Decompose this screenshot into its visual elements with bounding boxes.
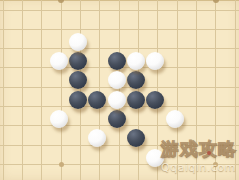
grid-line-vertical [61, 0, 62, 180]
grid-line-vertical [41, 0, 42, 180]
white-stone [69, 33, 87, 51]
black-stone [69, 71, 87, 89]
grid-line-vertical [138, 0, 139, 180]
black-stone [108, 110, 126, 128]
watermark-title: 游戏攻略 [161, 140, 237, 158]
top-edge-star-marker-icon [58, 0, 64, 3]
grid-line-vertical [99, 0, 100, 180]
gomoku-board[interactable]: 游戏攻略 Qqaiqin.com [0, 0, 239, 180]
grid-line-horizontal [0, 48, 239, 49]
black-stone [127, 91, 145, 109]
white-stone [108, 71, 126, 89]
white-stone [166, 110, 184, 128]
black-stone [127, 129, 145, 147]
star-point-icon [59, 162, 64, 167]
white-stone [50, 110, 68, 128]
black-stone [127, 71, 145, 89]
black-stone [69, 52, 87, 70]
white-stone [50, 52, 68, 70]
watermark-accent-dot-icon [207, 151, 211, 155]
black-stone [108, 52, 126, 70]
grid-line-vertical [80, 0, 81, 180]
black-stone [146, 91, 164, 109]
grid-line-vertical [119, 0, 120, 180]
white-stone [146, 52, 164, 70]
black-stone [69, 91, 87, 109]
white-stone [108, 91, 126, 109]
watermark-url: Qqaiqin.com [161, 162, 236, 173]
top-edge-star-marker-icon [213, 0, 219, 3]
grid-line-horizontal [0, 10, 239, 11]
grid-line-vertical [3, 0, 4, 180]
grid-line-horizontal [0, 29, 239, 30]
white-stone [127, 52, 145, 70]
grid-line-vertical [22, 0, 23, 180]
black-stone [88, 91, 106, 109]
white-stone [88, 129, 106, 147]
